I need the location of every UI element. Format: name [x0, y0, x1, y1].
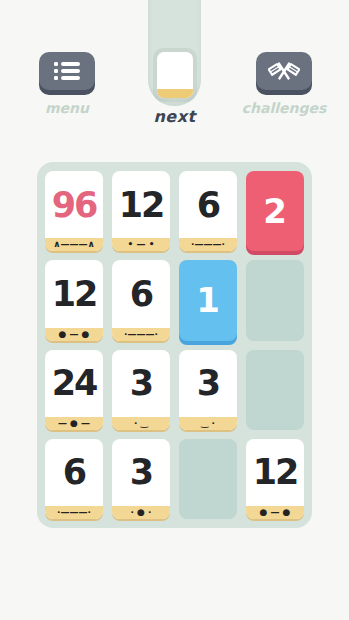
tile-value: 6	[197, 185, 219, 225]
tile-2[interactable]: 2	[246, 171, 304, 251]
tile-value: 12	[52, 274, 97, 314]
tile-face: ·———·	[57, 506, 91, 519]
next-tile-band	[157, 89, 193, 98]
tile-96[interactable]: 96∧———∧	[45, 171, 103, 251]
crossed-flags-icon	[268, 59, 300, 83]
next-tile-channel	[148, 0, 201, 106]
tile-value: 3	[130, 452, 152, 492]
tile-12[interactable]: 12● — ●	[246, 439, 304, 519]
tile-band: — ● —	[45, 417, 103, 430]
tile-band: · ‿	[112, 417, 170, 430]
tile-value: 12	[253, 452, 298, 492]
tile-3[interactable]: 3· ‿	[112, 350, 170, 430]
tile-value: 96	[52, 185, 97, 225]
tile-6[interactable]: 6·———·	[45, 439, 103, 519]
tile-12[interactable]: 12● — ●	[45, 260, 103, 340]
game-board[interactable]: 96∧———∧12• — •6·———·212● — ●6·———·124— ●…	[37, 162, 312, 528]
threes-game-screen: next menu	[0, 0, 349, 620]
tile-value: 3	[197, 363, 219, 403]
tile-band: · ● ·	[112, 506, 170, 519]
tile-band: • — •	[112, 238, 170, 251]
tile-face: — ● —	[58, 417, 90, 430]
tile-band: ● — ●	[246, 506, 304, 519]
empty-cell	[179, 439, 237, 519]
tile-value: 6	[63, 452, 85, 492]
challenges-button[interactable]	[256, 52, 312, 90]
tile-3[interactable]: 3‿ ·	[179, 350, 237, 430]
tile-band: ● — ●	[45, 328, 103, 341]
menu-button[interactable]	[39, 52, 95, 90]
challenges-label: challenges	[242, 100, 327, 116]
tile-face: ·———·	[191, 238, 225, 251]
tile-value: 2	[263, 191, 287, 231]
tile-face: ‿ ·	[201, 417, 215, 430]
tile-face: · ‿	[134, 417, 148, 430]
tile-band: ‿ ·	[179, 417, 237, 430]
tile-3[interactable]: 3· ● ·	[112, 439, 170, 519]
tile-6[interactable]: 6·———·	[179, 171, 237, 251]
tile-12[interactable]: 12• — •	[112, 171, 170, 251]
tile-6[interactable]: 6·———·	[112, 260, 170, 340]
empty-cell	[246, 350, 304, 430]
tile-face: ∧———∧	[53, 238, 95, 251]
tile-value: 1	[196, 280, 220, 320]
tile-band: ·———·	[112, 328, 170, 341]
menu-group: menu	[39, 52, 95, 116]
tile-value: 3	[130, 363, 152, 403]
tile-band: ∧———∧	[45, 238, 103, 251]
tile-24[interactable]: 24— ● —	[45, 350, 103, 430]
menu-label: menu	[45, 100, 89, 116]
tile-band: ·———·	[45, 506, 103, 519]
tile-face: • — •	[128, 238, 155, 251]
tile-face: ·———·	[124, 328, 158, 341]
tile-face: ● — ●	[260, 506, 291, 519]
tile-value: 24	[52, 363, 97, 403]
tile-1[interactable]: 1	[179, 260, 237, 340]
challenges-group: challenges	[256, 52, 312, 116]
empty-cell	[246, 260, 304, 340]
tile-face: ● — ●	[59, 328, 90, 341]
tile-value: 6	[130, 274, 152, 314]
tile-face: · ● ·	[131, 506, 152, 519]
next-tile-preview	[157, 52, 193, 98]
list-icon	[54, 61, 80, 81]
tile-band: ·———·	[179, 238, 237, 251]
tile-value: 12	[119, 185, 164, 225]
